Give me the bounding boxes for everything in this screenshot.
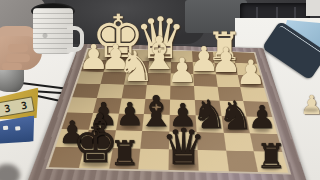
clock-button	[3, 126, 8, 131]
piece-shadow	[122, 125, 138, 129]
finger	[6, 54, 30, 62]
square-a5	[243, 101, 272, 117]
chess-clock: 3 3	[0, 87, 47, 148]
square-f5	[118, 98, 145, 114]
square-b4	[217, 87, 243, 101]
piece-shadow	[145, 56, 175, 63]
square-e4	[146, 85, 171, 99]
captured-white-pawn: ♟	[300, 92, 320, 118]
square-d7	[169, 131, 197, 150]
square-b7	[223, 132, 254, 151]
square-e5	[144, 99, 170, 115]
square-f7	[112, 130, 142, 149]
square-b5	[219, 101, 247, 117]
clock-time-right: 3	[20, 100, 28, 112]
piece-shadow	[64, 142, 80, 146]
square-b3	[216, 74, 241, 87]
square-a1	[233, 52, 257, 63]
video-frame: ♜♛♜♚♝♟♟♞♞♟♝♟♟♟♟♞♟♟♝♟♟♜♛♚ 3 3 ♟	[0, 0, 320, 180]
square-d2	[171, 62, 193, 74]
piece-shadow	[89, 142, 111, 147]
square-e8	[139, 149, 169, 170]
clock-time-left: 3	[3, 102, 11, 114]
piece-shadow	[173, 82, 191, 86]
square-c3	[193, 74, 217, 87]
piece-shadow	[107, 68, 125, 72]
square-h3	[77, 71, 104, 84]
square-g3	[100, 72, 126, 85]
captured-piece-shadow	[303, 108, 319, 112]
square-f4	[121, 85, 147, 99]
square-c5	[195, 100, 221, 116]
square-f2	[126, 61, 150, 73]
clock-body	[0, 115, 39, 146]
finger	[8, 44, 28, 52]
square-c7	[196, 132, 225, 151]
square-a7	[250, 133, 282, 152]
square-a2	[235, 63, 260, 75]
piece-shadow	[225, 127, 245, 132]
piece-shadow	[195, 70, 213, 74]
piece-shadow	[103, 55, 134, 62]
finger	[2, 63, 22, 70]
square-g4	[97, 84, 124, 98]
square-e3	[147, 73, 171, 86]
clock-button	[15, 126, 20, 131]
wall-patch	[306, 0, 320, 16]
piece-shadow	[199, 127, 219, 132]
square-c1	[192, 51, 214, 62]
square-a4	[241, 87, 268, 101]
square-d4	[170, 86, 194, 100]
square-c8	[197, 150, 228, 171]
square-e7	[141, 131, 170, 150]
square-g5	[93, 98, 121, 114]
square-c4	[194, 86, 219, 100]
square-b8	[226, 151, 259, 172]
square-d5	[170, 100, 196, 116]
mug-handle	[67, 26, 84, 52]
